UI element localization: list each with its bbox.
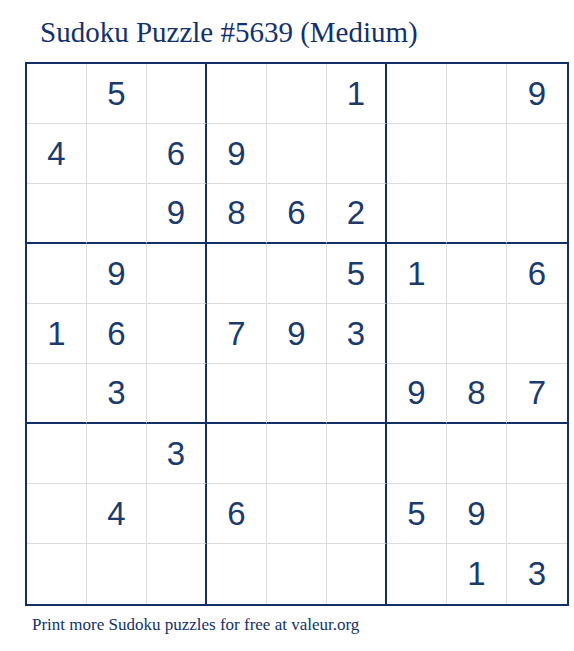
cell-r1c5 (267, 64, 327, 124)
cell-r8c2: 4 (87, 484, 147, 544)
cell-r3c1 (27, 184, 87, 244)
cell-r7c4 (207, 424, 267, 484)
cell-r9c9: 3 (507, 544, 567, 604)
cell-r5c9 (507, 304, 567, 364)
cell-r6c5 (267, 364, 327, 424)
cell-r6c6 (327, 364, 387, 424)
cell-r3c6: 2 (327, 184, 387, 244)
cell-r4c3 (147, 244, 207, 304)
cell-r3c8 (447, 184, 507, 244)
cell-r2c8 (447, 124, 507, 184)
cell-r6c3 (147, 364, 207, 424)
cell-r4c2: 9 (87, 244, 147, 304)
cell-r2c3: 6 (147, 124, 207, 184)
cell-r8c1 (27, 484, 87, 544)
cell-r4c8 (447, 244, 507, 304)
cell-r8c5 (267, 484, 327, 544)
cell-r5c1: 1 (27, 304, 87, 364)
cell-r9c3 (147, 544, 207, 604)
footer-text: Print more Sudoku puzzles for free at va… (32, 615, 359, 635)
cell-r9c7 (387, 544, 447, 604)
cell-r5c8 (447, 304, 507, 364)
cell-r4c7: 1 (387, 244, 447, 304)
cell-r2c9 (507, 124, 567, 184)
cell-r7c7 (387, 424, 447, 484)
cell-r3c2 (87, 184, 147, 244)
cell-r7c9 (507, 424, 567, 484)
cell-r8c8: 9 (447, 484, 507, 544)
cell-r2c1: 4 (27, 124, 87, 184)
cell-r3c4: 8 (207, 184, 267, 244)
cell-r7c1 (27, 424, 87, 484)
cell-r3c5: 6 (267, 184, 327, 244)
cell-r1c7 (387, 64, 447, 124)
cell-r8c6 (327, 484, 387, 544)
cell-r4c5 (267, 244, 327, 304)
cell-r3c9 (507, 184, 567, 244)
cell-r1c8 (447, 64, 507, 124)
cell-r2c5 (267, 124, 327, 184)
cell-r4c1 (27, 244, 87, 304)
cell-r5c4: 7 (207, 304, 267, 364)
cell-r8c4: 6 (207, 484, 267, 544)
cell-r1c1 (27, 64, 87, 124)
cell-r5c5: 9 (267, 304, 327, 364)
cell-r8c7: 5 (387, 484, 447, 544)
cell-r3c7 (387, 184, 447, 244)
cell-r2c4: 9 (207, 124, 267, 184)
cell-r9c4 (207, 544, 267, 604)
cell-r1c6: 1 (327, 64, 387, 124)
cell-r1c3 (147, 64, 207, 124)
cell-r6c4 (207, 364, 267, 424)
cell-r5c2: 6 (87, 304, 147, 364)
cell-r6c7: 9 (387, 364, 447, 424)
cell-r9c5 (267, 544, 327, 604)
cell-r2c7 (387, 124, 447, 184)
page-title: Sudoku Puzzle #5639 (Medium) (40, 16, 418, 49)
cell-r2c2 (87, 124, 147, 184)
cell-r6c1 (27, 364, 87, 424)
cell-r1c2: 5 (87, 64, 147, 124)
cell-r6c8: 8 (447, 364, 507, 424)
cell-r8c3 (147, 484, 207, 544)
cell-r9c6 (327, 544, 387, 604)
cell-r9c8: 1 (447, 544, 507, 604)
cell-r7c6 (327, 424, 387, 484)
cell-r5c3 (147, 304, 207, 364)
cell-r5c7 (387, 304, 447, 364)
cell-r1c9: 9 (507, 64, 567, 124)
cell-r4c4 (207, 244, 267, 304)
cell-r7c3: 3 (147, 424, 207, 484)
cell-r7c5 (267, 424, 327, 484)
cell-r4c6: 5 (327, 244, 387, 304)
cell-r7c2 (87, 424, 147, 484)
cell-r4c9: 6 (507, 244, 567, 304)
cell-r8c9 (507, 484, 567, 544)
cell-r7c8 (447, 424, 507, 484)
cell-r6c2: 3 (87, 364, 147, 424)
cell-r2c6 (327, 124, 387, 184)
cell-r5c6: 3 (327, 304, 387, 364)
cell-r9c2 (87, 544, 147, 604)
cell-r3c3: 9 (147, 184, 207, 244)
cell-r9c1 (27, 544, 87, 604)
sudoku-grid: 519469986295161679339873465913 (25, 62, 569, 606)
cell-r6c9: 7 (507, 364, 567, 424)
cell-r1c4 (207, 64, 267, 124)
